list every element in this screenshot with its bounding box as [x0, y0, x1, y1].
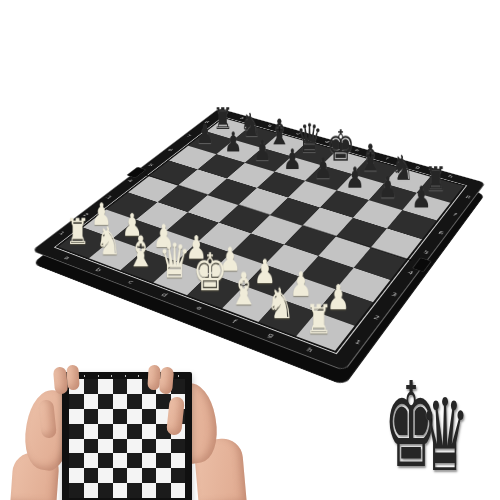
- flat-square: [69, 424, 84, 439]
- coord-label: 6: [437, 231, 444, 236]
- flat-square: [113, 483, 128, 498]
- flat-square: [98, 468, 113, 483]
- right-fingertip: [147, 365, 160, 391]
- flat-square: [98, 483, 113, 498]
- flat-square: [69, 394, 84, 409]
- coord-label: 3: [390, 292, 398, 298]
- white-knight-piece[interactable]: ♞: [264, 283, 296, 325]
- flat-square: [84, 453, 99, 468]
- king-queen-closeup: ♚ ♛: [358, 360, 492, 490]
- flat-square: [113, 379, 128, 394]
- flat-square: [84, 409, 99, 424]
- black-pawn-piece[interactable]: ♟: [408, 183, 436, 213]
- flat-square: [142, 424, 157, 439]
- flat-square: [84, 468, 99, 483]
- flat-square: [142, 468, 157, 483]
- flat-square: [127, 409, 142, 424]
- flat-square: [113, 453, 128, 468]
- black-pawn-piece[interactable]: ♟: [342, 164, 369, 193]
- chessboard: abcdefgh abcdefgh 87654321 87654321 ♜♞♝♛…: [31, 108, 486, 371]
- flat-square: [127, 424, 142, 439]
- white-knight-piece[interactable]: ♞: [94, 222, 124, 260]
- coord-label: a: [62, 256, 70, 261]
- chessboard-3d-scene: abcdefgh abcdefgh 87654321 87654321 ♜♞♝♛…: [104, 49, 436, 381]
- flat-square: [98, 409, 113, 424]
- flat-square: [98, 453, 113, 468]
- flat-square: [171, 483, 186, 498]
- flat-square: [171, 439, 186, 454]
- flat-square: [156, 483, 171, 498]
- coord-label: h: [305, 347, 314, 354]
- flat-square: [127, 394, 142, 409]
- flat-square: [142, 453, 157, 468]
- flat-square: [98, 424, 113, 439]
- flat-square: [156, 439, 171, 454]
- white-queen-piece[interactable]: ♛: [159, 238, 190, 285]
- flat-square: [127, 453, 142, 468]
- flat-square: [69, 439, 84, 454]
- folding-board-inset: [0, 345, 250, 500]
- flat-square: [84, 394, 99, 409]
- flat-square: [69, 409, 84, 424]
- flat-square: [113, 394, 128, 409]
- flat-square: [171, 453, 186, 468]
- product-photo-page: abcdefgh abcdefgh 87654321 87654321 ♜♞♝♛…: [0, 0, 500, 500]
- coord-label: 6: [167, 148, 174, 152]
- coord-label: 2: [372, 315, 380, 321]
- coord-label: 4: [126, 179, 133, 183]
- black-pawn-piece[interactable]: ♟: [193, 121, 218, 148]
- coord-label: 7: [451, 213, 458, 218]
- white-king-piece[interactable]: ♚: [193, 246, 224, 298]
- coord-label: 5: [422, 250, 429, 255]
- flat-square: [171, 468, 186, 483]
- black-pawn-piece[interactable]: ♟: [374, 173, 401, 202]
- coord-label: 8: [465, 195, 472, 199]
- flat-square: [98, 379, 113, 394]
- flat-square: [127, 468, 142, 483]
- board-frame: abcdefgh abcdefgh 87654321 87654321 ♜♞♝♛…: [31, 108, 486, 371]
- flat-square: [142, 409, 157, 424]
- coord-label: 1: [353, 339, 361, 346]
- flat-square: [156, 468, 171, 483]
- black-pawn-piece[interactable]: ♟: [250, 137, 276, 165]
- coord-label: b: [94, 267, 103, 272]
- flat-square: [113, 439, 128, 454]
- coord-label: g: [266, 333, 275, 339]
- playfield: ♜♞♝♛♚♝♞♜♟♟♟♟♟♟♟♟♟♟♟♟♟♟♟♟♜♞♝♛♚♝♞♜: [54, 116, 467, 354]
- flat-board: [62, 372, 192, 500]
- flat-square: [69, 453, 84, 468]
- coord-label: c: [126, 280, 134, 285]
- flat-square: [142, 439, 157, 454]
- flat-square: [69, 483, 84, 498]
- black-pawn-piece[interactable]: ♟: [310, 154, 336, 183]
- black-pawn-piece[interactable]: ♟: [221, 129, 246, 156]
- flat-square: [113, 468, 128, 483]
- board-grid: ♜♞♝♛♚♝♞♜♟♟♟♟♟♟♟♟♟♟♟♟♟♟♟♟♜♞♝♛♚♝♞♜: [58, 118, 463, 351]
- flat-square: [84, 424, 99, 439]
- white-bishop-piece[interactable]: ♝: [228, 267, 260, 312]
- flat-square: [127, 483, 142, 498]
- coord-label: 4: [406, 271, 414, 276]
- flat-square: [127, 439, 142, 454]
- coord-label: f: [231, 319, 238, 324]
- flat-square: [84, 439, 99, 454]
- flat-square: [156, 453, 171, 468]
- flat-square: [142, 483, 157, 498]
- coord-label: 5: [147, 163, 154, 167]
- coord-label: 7: [185, 134, 192, 138]
- white-rook-piece[interactable]: ♜: [63, 213, 92, 249]
- coord-label: e: [195, 306, 204, 312]
- flat-square: [113, 409, 128, 424]
- flat-square: [127, 379, 142, 394]
- flat-square: [84, 379, 99, 394]
- flat-square: [98, 394, 113, 409]
- flat-square: [84, 483, 99, 498]
- flat-board-grid: [69, 379, 185, 498]
- black-queen-piece: ♛: [421, 386, 470, 486]
- white-rook-piece[interactable]: ♜: [302, 299, 335, 339]
- flat-square: [69, 468, 84, 483]
- flat-square: [113, 424, 128, 439]
- white-bishop-piece[interactable]: ♝: [126, 230, 156, 272]
- coord-label: d: [160, 292, 169, 298]
- flat-square: [98, 439, 113, 454]
- flat-square: [142, 394, 157, 409]
- left-fingertip: [66, 365, 79, 391]
- black-pawn-piece[interactable]: ♟: [279, 146, 305, 174]
